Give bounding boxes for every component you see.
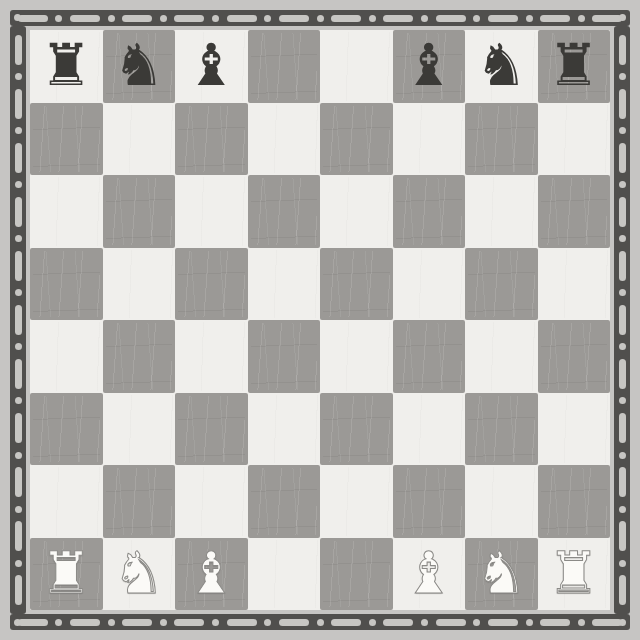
square-b4[interactable]: [103, 320, 176, 393]
square-h8[interactable]: ♜: [538, 30, 611, 103]
stitch-dot-icon: [369, 619, 376, 626]
stitch-dash-icon: [70, 619, 100, 626]
chess-board: ♜♞♝♝♞♜♜♞♝♝♞♜: [30, 30, 610, 610]
square-b1[interactable]: ♞: [103, 538, 176, 611]
square-a2[interactable]: [30, 465, 103, 538]
chess-board-screen: ♜♞♝♝♞♜♜♞♝♝♞♜: [0, 0, 640, 640]
square-g3[interactable]: [465, 393, 538, 466]
square-f8[interactable]: ♝: [393, 30, 466, 103]
square-d1[interactable]: [248, 538, 321, 611]
square-e2[interactable]: [320, 465, 393, 538]
square-c6[interactable]: [175, 175, 248, 248]
square-f7[interactable]: [393, 103, 466, 176]
stitch-dash-icon: [540, 15, 570, 22]
square-c3[interactable]: [175, 393, 248, 466]
stitch-dot-icon: [264, 15, 271, 22]
stitch-dot-icon: [317, 619, 324, 626]
stitch-dot-icon: [619, 506, 626, 513]
stitch-dot-icon: [473, 15, 480, 22]
stitch-dash-icon: [619, 521, 626, 551]
stitch-dash-icon: [592, 619, 622, 626]
stitch-dash-icon: [15, 197, 22, 227]
stitch-dot-icon: [619, 73, 626, 80]
stitch-dash-icon: [383, 619, 413, 626]
white-rook[interactable]: ♜: [40, 544, 92, 602]
square-a1[interactable]: ♜: [30, 538, 103, 611]
black-bishop[interactable]: ♝: [185, 36, 237, 94]
black-knight[interactable]: ♞: [113, 36, 165, 94]
square-e5[interactable]: [320, 248, 393, 321]
stitch-dot-icon: [526, 619, 533, 626]
stitch-dash-icon: [436, 619, 466, 626]
stitch-dash-icon: [15, 305, 22, 335]
square-g4[interactable]: [465, 320, 538, 393]
stitch-dot-icon: [619, 619, 626, 626]
stitch-dash-icon: [540, 619, 570, 626]
square-d5[interactable]: [248, 248, 321, 321]
square-h7[interactable]: [538, 103, 611, 176]
square-d8[interactable]: [248, 30, 321, 103]
square-g7[interactable]: [465, 103, 538, 176]
stitch-dash-icon: [331, 15, 361, 22]
stitch-dash-icon: [15, 143, 22, 173]
stitch-dot-icon: [619, 452, 626, 459]
stitch-dot-icon: [15, 181, 22, 188]
stitch-dot-icon: [160, 619, 167, 626]
stitch-dot-icon: [15, 560, 22, 567]
stitch-dot-icon: [317, 15, 324, 22]
square-g6[interactable]: [465, 175, 538, 248]
stitch-dot-icon: [578, 619, 585, 626]
stitch-dash-icon: [70, 15, 100, 22]
stitch-dash-icon: [619, 197, 626, 227]
stitch-dot-icon: [15, 73, 22, 80]
stitch-dot-icon: [15, 127, 22, 134]
square-g1[interactable]: ♞: [465, 538, 538, 611]
square-e6[interactable]: [320, 175, 393, 248]
stitch-dash-icon: [15, 467, 22, 497]
stitch-dot-icon: [15, 289, 22, 296]
square-f5[interactable]: [393, 248, 466, 321]
stitch-dot-icon: [15, 343, 22, 350]
board-frame-bottom: [10, 614, 630, 630]
square-d2[interactable]: [248, 465, 321, 538]
square-a8[interactable]: ♜: [30, 30, 103, 103]
stitch-dot-icon: [212, 15, 219, 22]
stitch-dash-icon: [122, 619, 152, 626]
stitch-dot-icon: [108, 15, 115, 22]
square-g8[interactable]: ♞: [465, 30, 538, 103]
stitch-dot-icon: [14, 619, 21, 626]
square-d6[interactable]: [248, 175, 321, 248]
black-knight[interactable]: ♞: [475, 36, 527, 94]
square-e8[interactable]: [320, 30, 393, 103]
stitch-dash-icon: [488, 619, 518, 626]
stitch-dash-icon: [619, 575, 626, 605]
stitch-dash-icon: [279, 15, 309, 22]
stitch-dash-icon: [122, 15, 152, 22]
square-a4[interactable]: [30, 320, 103, 393]
stitch-dash-icon: [619, 467, 626, 497]
square-f1[interactable]: ♝: [393, 538, 466, 611]
stitch-dash-icon: [436, 15, 466, 22]
stitch-dot-icon: [421, 619, 428, 626]
square-c2[interactable]: [175, 465, 248, 538]
square-h5[interactable]: [538, 248, 611, 321]
stitch-dash-icon: [15, 35, 22, 65]
square-b5[interactable]: [103, 248, 176, 321]
stitch-dash-icon: [15, 413, 22, 443]
square-c4[interactable]: [175, 320, 248, 393]
stitch-dot-icon: [15, 235, 22, 242]
stitch-dot-icon: [15, 452, 22, 459]
stitch-dash-icon: [488, 15, 518, 22]
square-g5[interactable]: [465, 248, 538, 321]
stitch-dot-icon: [108, 619, 115, 626]
stitch-dot-icon: [619, 343, 626, 350]
stitch-dot-icon: [526, 15, 533, 22]
stitch-dash-icon: [619, 143, 626, 173]
square-a3[interactable]: [30, 393, 103, 466]
stitch-dot-icon: [619, 397, 626, 404]
square-f4[interactable]: [393, 320, 466, 393]
stitch-dot-icon: [369, 15, 376, 22]
stitch-dash-icon: [15, 359, 22, 389]
stitch-dash-icon: [15, 521, 22, 551]
white-knight[interactable]: ♞: [113, 544, 165, 602]
square-b7[interactable]: [103, 103, 176, 176]
square-b2[interactable]: [103, 465, 176, 538]
square-d3[interactable]: [248, 393, 321, 466]
stitch-dash-icon: [383, 15, 413, 22]
stitch-dot-icon: [212, 619, 219, 626]
black-rook[interactable]: ♜: [40, 36, 92, 94]
stitch-dot-icon: [619, 560, 626, 567]
square-a5[interactable]: [30, 248, 103, 321]
black-bishop[interactable]: ♝: [403, 36, 455, 94]
square-h2[interactable]: [538, 465, 611, 538]
stitch-dash-icon: [619, 35, 626, 65]
stitch-dash-icon: [279, 619, 309, 626]
stitch-dot-icon: [619, 235, 626, 242]
stitch-dot-icon: [15, 397, 22, 404]
stitch-dot-icon: [15, 506, 22, 513]
square-c1[interactable]: ♝: [175, 538, 248, 611]
stitch-dash-icon: [227, 619, 257, 626]
stitch-dot-icon: [160, 15, 167, 22]
stitch-dot-icon: [578, 15, 585, 22]
board-frame-left: [10, 26, 26, 614]
white-bishop[interactable]: ♝: [185, 544, 237, 602]
stitch-dash-icon: [174, 15, 204, 22]
stitch-dash-icon: [619, 251, 626, 281]
square-h1[interactable]: ♜: [538, 538, 611, 611]
square-b8[interactable]: ♞: [103, 30, 176, 103]
square-c8[interactable]: ♝: [175, 30, 248, 103]
black-rook[interactable]: ♜: [548, 36, 600, 94]
stitch-dot-icon: [619, 14, 626, 21]
stitch-dash-icon: [174, 619, 204, 626]
square-a6[interactable]: [30, 175, 103, 248]
square-b3[interactable]: [103, 393, 176, 466]
square-e1[interactable]: [320, 538, 393, 611]
stitch-dot-icon: [55, 15, 62, 22]
square-c7[interactable]: [175, 103, 248, 176]
square-h4[interactable]: [538, 320, 611, 393]
square-e3[interactable]: [320, 393, 393, 466]
stitch-dot-icon: [619, 181, 626, 188]
stitch-dash-icon: [619, 413, 626, 443]
square-c5[interactable]: [175, 248, 248, 321]
square-g2[interactable]: [465, 465, 538, 538]
white-bishop[interactable]: ♝: [403, 544, 455, 602]
stitch-dash-icon: [18, 15, 48, 22]
stitch-dot-icon: [421, 15, 428, 22]
square-d7[interactable]: [248, 103, 321, 176]
stitch-dot-icon: [55, 619, 62, 626]
stitch-dash-icon: [331, 619, 361, 626]
stitch-dot-icon: [14, 14, 21, 21]
square-h3[interactable]: [538, 393, 611, 466]
stitch-dot-icon: [619, 289, 626, 296]
square-f6[interactable]: [393, 175, 466, 248]
square-f3[interactable]: [393, 393, 466, 466]
board-frame-right: [614, 26, 630, 614]
stitch-dash-icon: [15, 89, 22, 119]
stitch-dot-icon: [264, 619, 271, 626]
stitch-dash-icon: [619, 305, 626, 335]
square-d4[interactable]: [248, 320, 321, 393]
stitch-dash-icon: [619, 359, 626, 389]
stitch-dash-icon: [592, 15, 622, 22]
stitch-dash-icon: [15, 251, 22, 281]
stitch-dash-icon: [15, 575, 22, 605]
stitch-dot-icon: [619, 127, 626, 134]
white-rook[interactable]: ♜: [548, 544, 600, 602]
square-e7[interactable]: [320, 103, 393, 176]
square-a7[interactable]: [30, 103, 103, 176]
square-f2[interactable]: [393, 465, 466, 538]
square-h6[interactable]: [538, 175, 611, 248]
square-e4[interactable]: [320, 320, 393, 393]
stitch-dash-icon: [18, 619, 48, 626]
stitch-dash-icon: [227, 15, 257, 22]
board-frame-top: [10, 10, 630, 26]
white-knight[interactable]: ♞: [475, 544, 527, 602]
stitch-dash-icon: [619, 89, 626, 119]
square-b6[interactable]: [103, 175, 176, 248]
stitch-dot-icon: [473, 619, 480, 626]
